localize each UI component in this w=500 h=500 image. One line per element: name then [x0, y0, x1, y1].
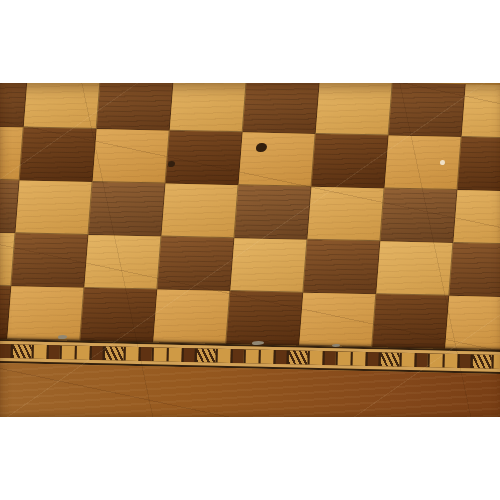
band-cell-light [492, 355, 500, 369]
band-cell-dark [458, 354, 471, 368]
board-square [15, 180, 92, 235]
band-cell-light [167, 348, 182, 362]
board-square [93, 129, 170, 184]
board-square [445, 296, 500, 351]
board-square [303, 240, 380, 295]
board-square [24, 83, 101, 129]
band-cell-hatch [471, 354, 492, 368]
band-cell-dark [415, 353, 428, 367]
band-cell-dark [274, 350, 287, 364]
board-square [226, 291, 303, 346]
chessboard [0, 83, 500, 350]
board-square [157, 237, 234, 292]
band-cell-hatch [11, 344, 32, 358]
band-cell-dark [366, 352, 379, 366]
band-cell-light [60, 345, 75, 359]
board-square [385, 135, 462, 190]
band-cell-hatch [379, 352, 400, 366]
band-cell-light [32, 345, 47, 359]
board-square [372, 294, 449, 349]
board-square [243, 83, 320, 134]
band-cell-dark [182, 348, 195, 362]
band-cell-light [75, 346, 90, 360]
board-square [7, 286, 84, 341]
band-cell-light [152, 347, 167, 361]
band-cell-light [308, 351, 323, 365]
board-square [230, 238, 307, 293]
band-cell-light [443, 354, 458, 368]
chessboard-photo [0, 83, 500, 417]
board-square [462, 84, 500, 139]
band-cell-dark [90, 346, 103, 360]
board-square [239, 132, 316, 187]
board-square [153, 289, 230, 344]
band-cell-light [244, 349, 259, 363]
band-cell-hatch [195, 348, 216, 362]
board-square [458, 137, 500, 192]
board-square [161, 184, 238, 239]
board-square [316, 83, 393, 135]
board-square [84, 235, 161, 290]
board-square [234, 185, 311, 240]
band-cell-hatch [287, 350, 308, 364]
band-cell-light [336, 351, 351, 365]
band-cell-dark [139, 347, 152, 361]
board-square [20, 128, 97, 183]
board-square [380, 188, 457, 243]
band-cell-light [400, 353, 415, 367]
band-cell-dark [47, 345, 60, 359]
band-cell-light [351, 352, 366, 366]
band-cell-light [216, 349, 231, 363]
band-cell-dark [0, 344, 11, 358]
band-cell-light [124, 347, 139, 361]
band-cell-hatch [103, 346, 124, 360]
board-tilt-wrapper [0, 83, 500, 417]
board-square [312, 134, 389, 189]
board-square [449, 243, 500, 298]
board-square [389, 83, 466, 137]
board-square [170, 83, 247, 132]
band-cell-light [428, 353, 443, 367]
band-cell-light [259, 350, 274, 364]
board-square [11, 233, 88, 288]
board-square [376, 241, 453, 296]
board-square [166, 131, 243, 186]
band-cell-dark [231, 349, 244, 363]
photo-page [0, 0, 500, 500]
band-cell-dark [323, 351, 336, 365]
board-square [299, 293, 376, 348]
board-square [453, 190, 500, 245]
board-square [88, 182, 165, 237]
board-square [97, 83, 174, 131]
board-square [80, 288, 157, 343]
board-square [307, 187, 384, 242]
